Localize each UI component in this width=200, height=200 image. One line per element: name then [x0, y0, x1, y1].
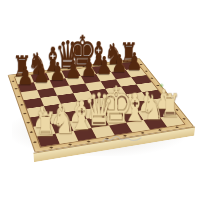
product-photo: ♜♞♝♛♚♝♞♜♟♟♟♟♟♟♟♟♟♟♟♟♟♟♟♟♜♞♝♛♚♝♞♜: [0, 0, 200, 200]
piece-black-pawn: ♟: [65, 57, 81, 82]
square-b1: ♞: [56, 131, 79, 144]
piece-black-pawn: ♟: [126, 49, 142, 73]
piece-black-pawn: ♟: [49, 59, 65, 84]
square-a1: ♜: [37, 134, 60, 147]
piece-black-pawn: ♟: [17, 63, 34, 88]
piece-black-pawn: ♟: [33, 61, 50, 86]
watermark-scribble: [100, 129, 144, 147]
green-speck: [159, 83, 164, 88]
piece-black-pawn: ♟: [80, 55, 96, 80]
piece-black-pawn: ♟: [96, 53, 112, 77]
piece-black-pawn: ♟: [111, 51, 127, 75]
square-c1: ♝: [74, 128, 97, 141]
piece-white-rook: ♜: [34, 108, 56, 142]
